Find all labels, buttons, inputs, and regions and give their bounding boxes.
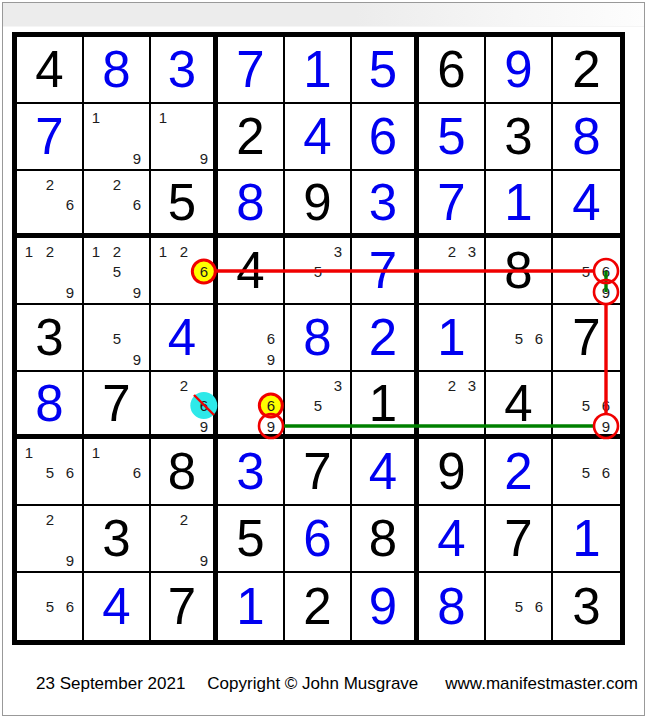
given-digit: 3 — [17, 305, 82, 370]
candidate-1: 1 — [25, 244, 33, 259]
candidate-9: 9 — [133, 285, 141, 300]
cell-r5c5[interactable]: 8 — [285, 305, 352, 372]
solved-digit: 1 — [419, 305, 484, 370]
cell-r6c8[interactable]: 4 — [486, 372, 553, 439]
candidate-6: 6 — [133, 197, 141, 212]
candidate-2: 2 — [46, 177, 54, 192]
given-digit: 2 — [218, 104, 283, 169]
cell-r4c1[interactable]: 129 — [17, 238, 84, 305]
candidate-9: 9 — [267, 352, 275, 367]
candidate-3: 3 — [334, 244, 342, 259]
candidate-2: 2 — [180, 512, 188, 527]
candidate-5: 5 — [582, 398, 590, 413]
cell-r2c1[interactable]: 7 — [17, 104, 84, 171]
solved-digit: 4 — [419, 506, 484, 571]
solved-digit: 9 — [352, 573, 414, 640]
cell-r1c4[interactable]: 7 — [218, 37, 285, 104]
cell-r8c1[interactable]: 29 — [17, 506, 84, 573]
given-digit: 3 — [553, 573, 620, 640]
cell-r7c3[interactable]: 8 — [151, 439, 218, 506]
given-digit: 6 — [419, 37, 484, 102]
candidate-9: 9 — [200, 419, 208, 434]
candidate-5: 5 — [46, 599, 54, 614]
cell-r1c2[interactable]: 8 — [84, 37, 151, 104]
cell-r7c9[interactable]: 56 — [553, 439, 620, 506]
cell-r3c3[interactable]: 5 — [151, 171, 218, 238]
candidate-9: 9 — [267, 419, 275, 434]
cell-r6c7[interactable]: 23 — [419, 372, 486, 439]
solved-digit: 7 — [218, 37, 283, 102]
candidate-9: 9 — [200, 151, 208, 166]
cell-r9c9[interactable]: 3 — [553, 573, 620, 640]
cell-r5c9[interactable]: 7 — [553, 305, 620, 372]
given-digit: 3 — [84, 506, 149, 571]
solved-digit: 1 — [486, 171, 551, 233]
solved-digit: 2 — [486, 439, 551, 504]
cell-r6c2[interactable]: 7 — [84, 372, 151, 439]
candidate-9: 9 — [602, 285, 610, 300]
solved-digit: 7 — [419, 171, 484, 233]
solved-digit: 4 — [352, 439, 414, 504]
solved-digit: 1 — [285, 37, 350, 102]
solved-digit: 5 — [352, 37, 414, 102]
cell-r8c4[interactable]: 5 — [218, 506, 285, 573]
solved-digit: 9 — [486, 37, 551, 102]
candidate-1: 1 — [159, 110, 167, 125]
given-digit: 8 — [486, 238, 551, 303]
cell-r7c5[interactable]: 7 — [285, 439, 352, 506]
candidate-3: 3 — [468, 378, 476, 393]
solved-digit: 6 — [352, 104, 414, 169]
solved-digit: 3 — [352, 171, 414, 233]
cell-r6c1[interactable]: 8 — [17, 372, 84, 439]
candidate-6: 6 — [602, 264, 610, 279]
cell-r6c5[interactable]: 35 — [285, 372, 352, 439]
cell-r6c9[interactable]: 569 — [553, 372, 620, 439]
cell-r4c5[interactable]: 35 — [285, 238, 352, 305]
cell-r4c8[interactable]: 8 — [486, 238, 553, 305]
candidate-9: 9 — [602, 419, 610, 434]
given-digit: 7 — [285, 439, 350, 504]
cell-r2c6[interactable]: 6 — [352, 104, 419, 171]
given-digit: 1 — [352, 372, 414, 434]
cell-r3c9[interactable]: 4 — [553, 171, 620, 238]
given-digit: 4 — [218, 238, 283, 303]
candidate-2: 2 — [46, 244, 54, 259]
candidate-6: 6 — [602, 465, 610, 480]
cell-r2c8[interactable]: 3 — [486, 104, 553, 171]
cell-r2c9[interactable]: 8 — [553, 104, 620, 171]
cell-r5c1[interactable]: 3 — [17, 305, 84, 372]
candidate-5: 5 — [314, 398, 322, 413]
cell-r9c8[interactable]: 56 — [486, 573, 553, 640]
candidate-6: 6 — [602, 398, 610, 413]
candidate-5: 5 — [582, 264, 590, 279]
cell-r9c2[interactable]: 4 — [84, 573, 151, 640]
given-digit: 3 — [486, 104, 551, 169]
footer-copyright: Copyright © John Musgrave — [207, 674, 418, 694]
cell-r4c9[interactable]: 569 — [553, 238, 620, 305]
cell-r7c6[interactable]: 4 — [352, 439, 419, 506]
given-digit: 9 — [285, 171, 350, 233]
solved-digit: 3 — [218, 439, 283, 504]
cell-r9c3[interactable]: 7 — [151, 573, 218, 640]
solved-digit: 8 — [553, 104, 620, 169]
cell-r5c4[interactable]: 69 — [218, 305, 285, 372]
candidate-6: 6 — [66, 465, 74, 480]
candidate-9: 9 — [200, 553, 208, 568]
given-digit: 5 — [151, 171, 213, 233]
cell-r2c7[interactable]: 5 — [419, 104, 486, 171]
given-digit: 2 — [285, 573, 350, 640]
cell-r4c4[interactable]: 4 — [218, 238, 285, 305]
candidate-5: 5 — [46, 465, 54, 480]
candidate-6: 6 — [535, 331, 543, 346]
cell-r2c2[interactable]: 19 — [84, 104, 151, 171]
solved-digit: 5 — [419, 104, 484, 169]
candidate-9: 9 — [66, 553, 74, 568]
given-digit: 2 — [553, 37, 620, 102]
solved-digit: 8 — [17, 372, 82, 434]
solved-digit: 4 — [285, 104, 350, 169]
candidate-5: 5 — [582, 465, 590, 480]
cell-r3c6[interactable]: 3 — [352, 171, 419, 238]
cell-r5c6[interactable]: 2 — [352, 305, 419, 372]
candidate-6: 6 — [267, 331, 275, 346]
given-digit: 8 — [151, 439, 213, 504]
candidate-5: 5 — [314, 264, 322, 279]
candidate-2: 2 — [46, 512, 54, 527]
cell-r5c2[interactable]: 59 — [84, 305, 151, 372]
cell-r6c4[interactable]: 69 — [218, 372, 285, 439]
cell-r4c6[interactable]: 7 — [352, 238, 419, 305]
candidate-5: 5 — [113, 264, 121, 279]
solved-digit: 1 — [553, 506, 620, 571]
candidate-2: 2 — [448, 378, 456, 393]
given-digit: 9 — [419, 439, 484, 504]
cell-r1c9[interactable]: 2 — [553, 37, 620, 104]
cell-r7c2[interactable]: 16 — [84, 439, 151, 506]
solved-digit: 7 — [352, 238, 414, 303]
given-digit: 4 — [486, 372, 551, 434]
cell-r7c4[interactable]: 3 — [218, 439, 285, 506]
given-digit: 7 — [151, 573, 213, 640]
candidate-3: 3 — [468, 244, 476, 259]
cell-r4c3[interactable]: 126 — [151, 238, 218, 305]
footer-site-link[interactable]: www.manifestmaster.com — [445, 674, 638, 694]
cell-r2c4[interactable]: 2 — [218, 104, 285, 171]
candidate-1: 1 — [159, 244, 167, 259]
solved-digit: 2 — [352, 305, 414, 370]
cell-r9c4[interactable]: 1 — [218, 573, 285, 640]
cell-r5c8[interactable]: 56 — [486, 305, 553, 372]
candidate-6: 6 — [535, 599, 543, 614]
cell-r2c3[interactable]: 19 — [151, 104, 218, 171]
cell-r4c2[interactable]: 1259 — [84, 238, 151, 305]
solved-digit: 4 — [84, 573, 149, 640]
solved-digit: 6 — [285, 506, 350, 571]
cell-r8c2[interactable]: 3 — [84, 506, 151, 573]
solved-digit: 7 — [17, 104, 82, 169]
cell-r8c3[interactable]: 29 — [151, 506, 218, 573]
candidate-9: 9 — [66, 285, 74, 300]
given-digit: 7 — [486, 506, 551, 571]
cell-r2c5[interactable]: 4 — [285, 104, 352, 171]
cell-r1c6[interactable]: 5 — [352, 37, 419, 104]
candidate-2: 2 — [448, 244, 456, 259]
given-digit: 5 — [218, 506, 283, 571]
cell-r3c8[interactable]: 1 — [486, 171, 553, 238]
candidate-1: 1 — [92, 244, 100, 259]
candidate-1: 1 — [92, 110, 100, 125]
solved-digit: 3 — [151, 37, 213, 102]
solved-digit: 8 — [285, 305, 350, 370]
candidate-2: 2 — [180, 378, 188, 393]
given-digit: 8 — [352, 506, 414, 571]
solved-digit: 1 — [218, 573, 283, 640]
footer: 23 September 2021Copyright © John Musgra… — [36, 674, 638, 694]
cell-r8c8[interactable]: 7 — [486, 506, 553, 573]
cell-r1c8[interactable]: 9 — [486, 37, 553, 104]
cell-r3c2[interactable]: 26 — [84, 171, 151, 238]
cell-r6c6[interactable]: 1 — [352, 372, 419, 439]
cell-r9c1[interactable]: 56 — [17, 573, 84, 640]
candidate-6: 6 — [200, 264, 208, 279]
cell-r3c4[interactable]: 8 — [218, 171, 285, 238]
cell-r6c3[interactable]: 269 — [151, 372, 218, 439]
given-digit: 7 — [553, 305, 620, 370]
cell-r1c7[interactable]: 6 — [419, 37, 486, 104]
candidate-6: 6 — [267, 398, 275, 413]
solved-digit: 4 — [553, 171, 620, 233]
cell-r9c7[interactable]: 8 — [419, 573, 486, 640]
candidate-2: 2 — [180, 244, 188, 259]
candidate-5: 5 — [113, 331, 121, 346]
cell-r8c5[interactable]: 6 — [285, 506, 352, 573]
cell-r7c1[interactable]: 156 — [17, 439, 84, 506]
sudoku-cells: 4837156927191924653826265893714129125912… — [17, 37, 620, 640]
candidate-2: 2 — [113, 177, 121, 192]
candidate-6: 6 — [133, 465, 141, 480]
given-digit: 7 — [84, 372, 149, 434]
cell-r3c7[interactable]: 7 — [419, 171, 486, 238]
given-digit: 4 — [17, 37, 82, 102]
cell-r5c3[interactable]: 4 — [151, 305, 218, 372]
cell-r3c1[interactable]: 26 — [17, 171, 84, 238]
solved-digit: 8 — [84, 37, 149, 102]
sudoku-board: 4837156927191924653826265893714129125912… — [12, 32, 625, 645]
candidate-9: 9 — [133, 151, 141, 166]
footer-date: 23 September 2021 — [36, 674, 185, 694]
cell-r8c7[interactable]: 4 — [419, 506, 486, 573]
cell-r1c3[interactable]: 3 — [151, 37, 218, 104]
cell-r1c5[interactable]: 1 — [285, 37, 352, 104]
cell-r4c7[interactable]: 23 — [419, 238, 486, 305]
title-bar — [3, 3, 644, 27]
candidate-9: 9 — [133, 352, 141, 367]
candidate-5: 5 — [515, 599, 523, 614]
candidate-6: 6 — [200, 398, 208, 413]
cell-r1c1[interactable]: 4 — [17, 37, 84, 104]
cell-r3c5[interactable]: 9 — [285, 171, 352, 238]
candidate-6: 6 — [66, 197, 74, 212]
solved-digit: 8 — [218, 171, 283, 233]
candidate-1: 1 — [92, 445, 100, 460]
candidate-5: 5 — [515, 331, 523, 346]
cell-r7c8[interactable]: 2 — [486, 439, 553, 506]
candidate-2: 2 — [113, 244, 121, 259]
candidate-3: 3 — [334, 378, 342, 393]
solved-digit: 4 — [151, 305, 213, 370]
cell-r9c6[interactable]: 9 — [352, 573, 419, 640]
cell-r9c5[interactable]: 2 — [285, 573, 352, 640]
candidate-1: 1 — [25, 445, 33, 460]
cell-r8c6[interactable]: 8 — [352, 506, 419, 573]
cell-r5c7[interactable]: 1 — [419, 305, 486, 372]
solved-digit: 8 — [419, 573, 484, 640]
candidate-6: 6 — [66, 599, 74, 614]
cell-r8c9[interactable]: 1 — [553, 506, 620, 573]
cell-r7c7[interactable]: 9 — [419, 439, 486, 506]
